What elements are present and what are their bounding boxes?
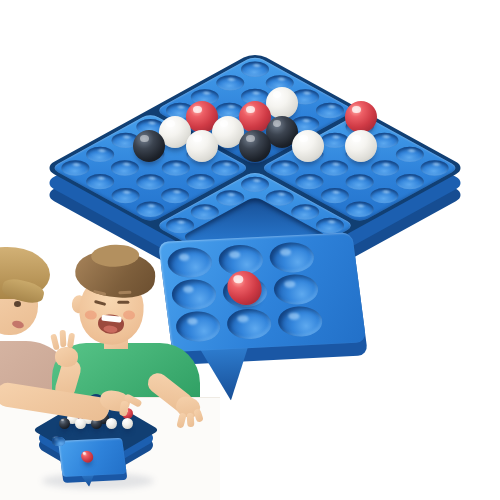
dimple-cell[interactable] (264, 240, 319, 275)
dimple-cell[interactable] (272, 304, 327, 339)
dimple-cell[interactable] (268, 272, 323, 307)
right-boy-reaching-finger (187, 413, 195, 427)
dimple-cell[interactable] (222, 307, 277, 342)
marble-white[interactable] (106, 418, 117, 429)
right-boy-closed-eye (117, 301, 129, 304)
dimple[interactable] (268, 241, 316, 273)
product-photo-stage (0, 0, 500, 500)
front-tile-body (58, 438, 127, 477)
dimple[interactable] (51, 436, 65, 446)
right-boy-brow (118, 291, 131, 294)
right-boy-head (65, 249, 165, 362)
marble-white[interactable] (122, 418, 133, 429)
dimple[interactable] (276, 305, 324, 337)
right-boy-finger (50, 334, 60, 351)
inset-photo (0, 255, 212, 500)
dimple[interactable] (225, 308, 273, 340)
marble-black[interactable] (59, 418, 70, 429)
dimple[interactable] (272, 273, 320, 305)
